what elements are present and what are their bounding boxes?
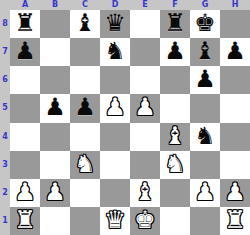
square-h7[interactable]: ♟: [220, 38, 250, 66]
square-c5[interactable]: ♟: [70, 94, 100, 122]
square-g2[interactable]: ♟: [190, 179, 220, 207]
square-d8[interactable]: ♛: [100, 10, 130, 38]
rank-label-5: 5: [0, 94, 10, 122]
file-label-b: B: [40, 0, 70, 10]
piece-white-pawn[interactable]: ♟: [14, 180, 36, 204]
rank-label-1: 1: [0, 207, 10, 235]
square-d1[interactable]: ♛: [100, 207, 130, 235]
piece-white-pawn[interactable]: ♟: [224, 180, 246, 204]
square-d2[interactable]: [100, 179, 130, 207]
square-a8[interactable]: ♜: [10, 10, 40, 38]
square-b2[interactable]: ♟: [40, 179, 70, 207]
piece-black-pawn[interactable]: ♟: [194, 67, 216, 91]
square-f7[interactable]: ♟: [160, 38, 190, 66]
rank-label-2: 2: [0, 179, 10, 207]
square-e1[interactable]: ♚: [130, 207, 160, 235]
square-h1[interactable]: ♜: [220, 207, 250, 235]
square-g4[interactable]: ♞: [190, 123, 220, 151]
square-e2[interactable]: ♝: [130, 179, 160, 207]
square-a3[interactable]: [10, 151, 40, 179]
square-b1[interactable]: [40, 207, 70, 235]
rank-label-6: 6: [0, 66, 10, 94]
board-corner-spacer: [0, 0, 10, 10]
square-f5[interactable]: [160, 94, 190, 122]
chess-board: ABCDEFGH8♜♝♛♜♚7♟♞♟♝♟6♟5♟♟♟♟4♝♞3♞♞2♟♟♝♟♟1…: [0, 0, 250, 235]
square-g6[interactable]: ♟: [190, 66, 220, 94]
square-g8[interactable]: ♚: [190, 10, 220, 38]
file-label-c: C: [70, 0, 100, 10]
square-d6[interactable]: [100, 66, 130, 94]
square-a6[interactable]: [10, 66, 40, 94]
piece-white-rook[interactable]: ♜: [224, 208, 246, 232]
square-b6[interactable]: [40, 66, 70, 94]
square-c1[interactable]: [70, 207, 100, 235]
piece-white-pawn[interactable]: ♟: [194, 180, 216, 204]
piece-black-rook[interactable]: ♜: [164, 11, 186, 35]
piece-white-knight[interactable]: ♞: [74, 152, 96, 176]
square-c2[interactable]: [70, 179, 100, 207]
square-h2[interactable]: ♟: [220, 179, 250, 207]
square-b4[interactable]: [40, 123, 70, 151]
square-f1[interactable]: [160, 207, 190, 235]
piece-black-pawn[interactable]: ♟: [74, 95, 96, 119]
piece-black-pawn[interactable]: ♟: [44, 95, 66, 119]
square-f4[interactable]: ♝: [160, 123, 190, 151]
square-g1[interactable]: [190, 207, 220, 235]
piece-white-pawn[interactable]: ♟: [44, 180, 66, 204]
file-label-a: A: [10, 0, 40, 10]
square-c4[interactable]: [70, 123, 100, 151]
rank-label-8: 8: [0, 10, 10, 38]
square-b7[interactable]: [40, 38, 70, 66]
square-f2[interactable]: [160, 179, 190, 207]
square-g5[interactable]: [190, 94, 220, 122]
file-label-d: D: [100, 0, 130, 10]
file-label-g: G: [190, 0, 220, 10]
piece-black-bishop[interactable]: ♝: [194, 39, 216, 63]
square-a5[interactable]: [10, 94, 40, 122]
piece-black-pawn[interactable]: ♟: [164, 39, 186, 63]
square-f6[interactable]: [160, 66, 190, 94]
square-h8[interactable]: [220, 10, 250, 38]
square-d7[interactable]: ♞: [100, 38, 130, 66]
piece-white-rook[interactable]: ♜: [14, 208, 36, 232]
square-a1[interactable]: ♜: [10, 207, 40, 235]
square-g3[interactable]: [190, 151, 220, 179]
piece-black-pawn[interactable]: ♟: [14, 39, 36, 63]
piece-black-knight[interactable]: ♞: [194, 124, 216, 148]
file-label-h: H: [220, 0, 250, 10]
square-e3[interactable]: [130, 151, 160, 179]
square-h6[interactable]: [220, 66, 250, 94]
square-c8[interactable]: ♝: [70, 10, 100, 38]
piece-white-bishop[interactable]: ♝: [134, 180, 156, 204]
square-e7[interactable]: [130, 38, 160, 66]
square-a4[interactable]: [10, 123, 40, 151]
piece-black-king[interactable]: ♚: [194, 11, 216, 35]
piece-white-bishop[interactable]: ♝: [164, 124, 186, 148]
piece-black-knight[interactable]: ♞: [104, 39, 126, 63]
file-label-f: F: [160, 0, 190, 10]
square-e5[interactable]: ♟: [130, 94, 160, 122]
square-b8[interactable]: [40, 10, 70, 38]
square-a7[interactable]: ♟: [10, 38, 40, 66]
piece-white-queen[interactable]: ♛: [104, 208, 126, 232]
square-f3[interactable]: ♞: [160, 151, 190, 179]
rank-label-4: 4: [0, 123, 10, 151]
square-h5[interactable]: [220, 94, 250, 122]
square-a2[interactable]: ♟: [10, 179, 40, 207]
square-c6[interactable]: [70, 66, 100, 94]
square-e8[interactable]: [130, 10, 160, 38]
piece-white-king[interactable]: ♚: [134, 208, 156, 232]
piece-black-bishop[interactable]: ♝: [74, 11, 96, 35]
square-g7[interactable]: ♝: [190, 38, 220, 66]
piece-white-pawn[interactable]: ♟: [104, 95, 126, 119]
square-d5[interactable]: ♟: [100, 94, 130, 122]
square-b5[interactable]: ♟: [40, 94, 70, 122]
rank-label-3: 3: [0, 151, 10, 179]
square-h4[interactable]: [220, 123, 250, 151]
square-c3[interactable]: ♞: [70, 151, 100, 179]
piece-black-pawn[interactable]: ♟: [224, 39, 246, 63]
piece-white-knight[interactable]: ♞: [164, 152, 186, 176]
square-e4[interactable]: [130, 123, 160, 151]
square-c7[interactable]: [70, 38, 100, 66]
piece-black-queen[interactable]: ♛: [104, 11, 126, 35]
square-d4[interactable]: [100, 123, 130, 151]
square-b3[interactable]: [40, 151, 70, 179]
square-d3[interactable]: [100, 151, 130, 179]
square-f8[interactable]: ♜: [160, 10, 190, 38]
piece-white-pawn[interactable]: ♟: [134, 95, 156, 119]
square-e6[interactable]: [130, 66, 160, 94]
piece-black-rook[interactable]: ♜: [14, 11, 36, 35]
file-label-e: E: [130, 0, 160, 10]
rank-label-7: 7: [0, 38, 10, 66]
square-h3[interactable]: [220, 151, 250, 179]
